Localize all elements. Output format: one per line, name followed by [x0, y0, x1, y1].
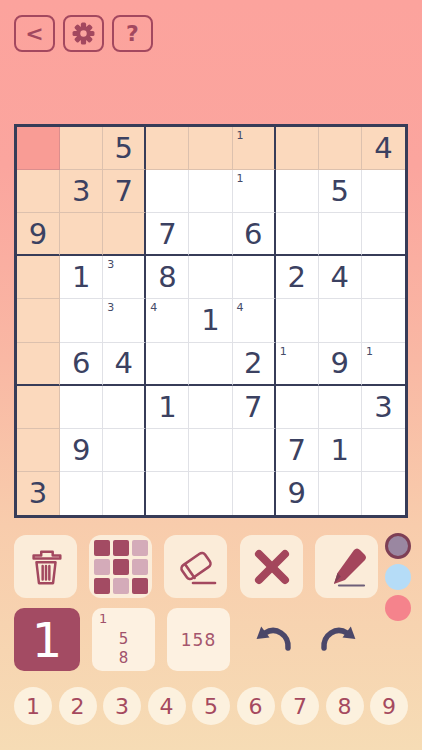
pencil-digit-1: 1	[99, 611, 107, 626]
undo-button[interactable]	[254, 620, 294, 654]
cell-r5c2[interactable]	[60, 299, 103, 342]
cell-r9c6[interactable]	[233, 472, 276, 515]
cell-r6c1[interactable]	[17, 343, 60, 386]
back-button[interactable]: <	[14, 15, 55, 52]
cell-r3c8[interactable]	[319, 213, 362, 256]
digit-button-3[interactable]: 3	[103, 687, 141, 725]
cell-r5c9[interactable]	[362, 299, 405, 342]
grid-pattern-icon	[94, 540, 148, 594]
pencil-mark: 4	[150, 301, 157, 314]
selected-digit-button[interactable]: 1	[14, 608, 80, 671]
trash-icon	[25, 545, 67, 589]
cell-r8c1[interactable]	[17, 429, 60, 472]
cell-r2c5[interactable]	[189, 170, 232, 213]
cell-r9c2[interactable]	[60, 472, 103, 515]
cell-r5c8[interactable]	[319, 299, 362, 342]
cell-r3c6[interactable]: 6	[233, 213, 276, 256]
cell-r6c5[interactable]	[189, 343, 232, 386]
cell-r4c3[interactable]: 3	[103, 256, 146, 299]
cell-r3c7[interactable]	[276, 213, 319, 256]
cell-r4c2[interactable]: 1	[60, 256, 103, 299]
grid-pattern-square-dark	[113, 540, 129, 556]
cell-r1c3[interactable]: 5	[103, 127, 146, 170]
cell-value: 6	[72, 346, 90, 380]
sudoku-app-screen: < ? 514371597613824341464219117397139	[0, 0, 422, 750]
digit-button-2[interactable]: 2	[59, 687, 97, 725]
cell-r1c5[interactable]	[189, 127, 232, 170]
cell-r1c8[interactable]	[319, 127, 362, 170]
cell-r4c5[interactable]	[189, 256, 232, 299]
grid-pattern-square-light	[94, 559, 110, 575]
pen-button[interactable]	[315, 535, 378, 598]
redo-arrow-icon	[318, 620, 358, 654]
cell-value: 4	[374, 131, 392, 165]
pencil-mark: 3	[107, 301, 114, 314]
cell-r6c8[interactable]: 9	[319, 343, 362, 386]
cell-r1c9[interactable]: 4	[362, 127, 405, 170]
pencil-digit-5: 5	[92, 630, 155, 648]
candidate-label: 158	[181, 630, 216, 650]
cell-r2c8[interactable]: 5	[319, 170, 362, 213]
grid-pattern-square-dark	[94, 540, 110, 556]
cell-r8c8[interactable]: 1	[319, 429, 362, 472]
digit-button-1[interactable]: 1	[14, 687, 52, 725]
cell-value: 5	[331, 174, 349, 208]
cell-r7c5[interactable]	[189, 386, 232, 429]
color-dot-group	[385, 533, 411, 621]
cell-r8c7[interactable]: 7	[276, 429, 319, 472]
cell-value: 6	[244, 217, 262, 251]
cell-r2c2[interactable]: 3	[60, 170, 103, 213]
cell-value: 2	[244, 346, 262, 380]
cell-value: 9	[287, 476, 305, 510]
cell-value: 8	[158, 260, 176, 294]
cell-r4c7[interactable]: 2	[276, 256, 319, 299]
cell-r7c7[interactable]	[276, 386, 319, 429]
cell-r8c9[interactable]	[362, 429, 405, 472]
cell-r8c6[interactable]	[233, 429, 276, 472]
cell-value: 1	[72, 260, 90, 294]
pencil-mark: 1	[237, 129, 244, 142]
cell-r7c3[interactable]	[103, 386, 146, 429]
board-pattern-button[interactable]	[89, 535, 152, 598]
cell-value: 7	[115, 174, 133, 208]
back-icon: <	[25, 19, 43, 49]
cell-value: 9	[331, 346, 349, 380]
digit-button-6[interactable]: 6	[237, 687, 275, 725]
cell-r9c8[interactable]	[319, 472, 362, 515]
cell-r6c4[interactable]	[146, 343, 189, 386]
cell-r9c9[interactable]	[362, 472, 405, 515]
help-button[interactable]: ?	[112, 15, 153, 52]
cell-r4c4[interactable]: 8	[146, 256, 189, 299]
cell-value: 7	[244, 390, 262, 424]
cell-r3c3[interactable]	[103, 213, 146, 256]
cell-r7c8[interactable]	[319, 386, 362, 429]
cell-value: 7	[158, 217, 176, 251]
pencil-mark: 4	[237, 301, 244, 314]
cell-r3c4[interactable]: 7	[146, 213, 189, 256]
cell-r4c1[interactable]	[17, 256, 60, 299]
cell-value: 3	[29, 476, 47, 510]
delete-button[interactable]	[240, 535, 303, 598]
cell-r2c6[interactable]: 1	[233, 170, 276, 213]
pencil-mark: 1	[366, 345, 373, 358]
grid-pattern-square-light	[113, 578, 129, 594]
settings-gear-icon	[71, 21, 96, 46]
cell-r8c5[interactable]	[189, 429, 232, 472]
pencil-mark: 1	[237, 172, 244, 185]
undo-arrow-icon	[254, 620, 294, 654]
cell-r6c6[interactable]: 2	[233, 343, 276, 386]
cell-value: 3	[374, 390, 392, 424]
cell-value: 1	[158, 390, 176, 424]
clear-button[interactable]	[14, 535, 77, 598]
cell-r7c1[interactable]	[17, 386, 60, 429]
cell-r9c4[interactable]	[146, 472, 189, 515]
eraser-icon	[173, 544, 219, 590]
cell-r9c1[interactable]: 3	[17, 472, 60, 515]
cell-r7c4[interactable]: 1	[146, 386, 189, 429]
cell-r1c4[interactable]	[146, 127, 189, 170]
cell-r2c3[interactable]: 7	[103, 170, 146, 213]
digit-button-4[interactable]: 4	[148, 687, 186, 725]
cell-r6c2[interactable]: 6	[60, 343, 103, 386]
cell-value: 1	[331, 433, 349, 467]
cell-r2c4[interactable]	[146, 170, 189, 213]
cell-r8c4[interactable]	[146, 429, 189, 472]
cell-value: 7	[287, 433, 305, 467]
cell-r7c9[interactable]: 3	[362, 386, 405, 429]
cell-r4c6[interactable]	[233, 256, 276, 299]
x-icon	[252, 547, 292, 587]
settings-button[interactable]	[63, 15, 104, 52]
grid-pattern-square-dark	[113, 559, 129, 575]
sudoku-board: 514371597613824341464219117397139	[14, 124, 408, 518]
digit-button-8[interactable]: 8	[326, 687, 364, 725]
pencil-mode-button[interactable]: 1 5 8	[92, 608, 155, 671]
cell-r5c7[interactable]	[276, 299, 319, 342]
color-dot-red[interactable]	[385, 595, 411, 621]
pencil-digit-8: 8	[92, 649, 155, 667]
cell-r3c9[interactable]	[362, 213, 405, 256]
cell-r9c5[interactable]	[189, 472, 232, 515]
grid-pattern-square-dark	[132, 578, 148, 594]
cell-r6c9[interactable]: 1	[362, 343, 405, 386]
cell-r8c2[interactable]: 9	[60, 429, 103, 472]
cell-r2c9[interactable]	[362, 170, 405, 213]
cell-r2c7[interactable]	[276, 170, 319, 213]
cell-value: 4	[331, 260, 349, 294]
number-pad: 123456789	[14, 687, 408, 725]
cell-value: 2	[287, 260, 305, 294]
cell-r5c1[interactable]	[17, 299, 60, 342]
cell-r6c3[interactable]: 4	[103, 343, 146, 386]
cell-r1c1[interactable]	[17, 127, 60, 170]
cell-value: 1	[201, 303, 219, 337]
grid-pattern-square-dark	[94, 578, 110, 594]
cell-r1c7[interactable]	[276, 127, 319, 170]
cell-r5c6[interactable]: 4	[233, 299, 276, 342]
cell-value: 5	[115, 131, 133, 165]
cell-value: 3	[72, 174, 90, 208]
cell-r5c5[interactable]: 1	[189, 299, 232, 342]
cell-value: 9	[72, 433, 90, 467]
cell-r1c6[interactable]: 1	[233, 127, 276, 170]
cell-r3c2[interactable]	[60, 213, 103, 256]
color-dot-blue[interactable]	[385, 564, 411, 590]
cell-value: 9	[29, 217, 47, 251]
digit-button-7[interactable]: 7	[281, 687, 319, 725]
selected-digit-label: 1	[32, 612, 63, 668]
help-icon: ?	[126, 19, 139, 49]
cell-r1c2[interactable]	[60, 127, 103, 170]
cell-r5c3[interactable]: 3	[103, 299, 146, 342]
candidate-mode-button[interactable]: 158	[167, 608, 230, 671]
cell-r2c1[interactable]	[17, 170, 60, 213]
color-dot-purple[interactable]	[385, 533, 411, 559]
cell-r4c8[interactable]: 4	[319, 256, 362, 299]
cell-r3c5[interactable]	[189, 213, 232, 256]
cell-r3c1[interactable]: 9	[17, 213, 60, 256]
erase-button[interactable]	[164, 535, 227, 598]
cell-r4c9[interactable]	[362, 256, 405, 299]
cell-r8c3[interactable]	[103, 429, 146, 472]
redo-button[interactable]	[318, 620, 358, 654]
grid-pattern-square-light	[132, 540, 148, 556]
cell-r5c4[interactable]: 4	[146, 299, 189, 342]
pen-icon	[324, 544, 370, 590]
digit-button-5[interactable]: 5	[192, 687, 230, 725]
cell-r7c6[interactable]: 7	[233, 386, 276, 429]
pencil-mark: 3	[107, 258, 114, 271]
cell-r6c7[interactable]: 1	[276, 343, 319, 386]
cell-r9c3[interactable]	[103, 472, 146, 515]
cell-r9c7[interactable]: 9	[276, 472, 319, 515]
digit-button-9[interactable]: 9	[370, 687, 408, 725]
cell-value: 4	[115, 346, 133, 380]
cell-r7c2[interactable]	[60, 386, 103, 429]
grid-pattern-square-light	[132, 559, 148, 575]
pencil-mark: 1	[280, 345, 287, 358]
